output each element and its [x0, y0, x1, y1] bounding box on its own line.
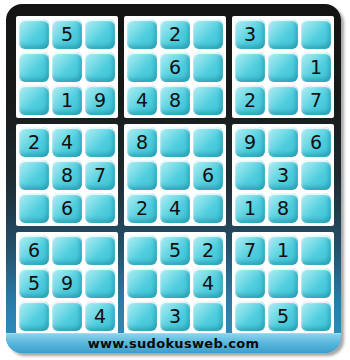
cell-r7c3[interactable] [85, 235, 115, 265]
cell-r8c3[interactable] [85, 268, 115, 298]
cell-r9c1[interactable] [19, 301, 49, 331]
cell-r5c2[interactable]: 8 [52, 160, 82, 190]
cell-r7c8[interactable]: 1 [268, 235, 298, 265]
cell-r3c2[interactable]: 1 [52, 85, 82, 115]
cell-r7c4[interactable] [127, 235, 157, 265]
cell-r8c5[interactable] [160, 268, 190, 298]
cell-r1c3[interactable] [85, 19, 115, 49]
cell-r8c9[interactable] [301, 268, 331, 298]
box-3: 3127 [232, 16, 334, 118]
footer-band: www.sudokusweb.com [6, 333, 341, 353]
box-2: 2648 [124, 16, 226, 118]
sudoku-grid: 519264831272487686249631865945243715 [16, 16, 334, 334]
box-4: 24876 [16, 124, 118, 226]
cell-r7c5[interactable]: 5 [160, 235, 190, 265]
cell-r4c4[interactable]: 8 [127, 127, 157, 157]
cell-r2c8[interactable] [268, 52, 298, 82]
cell-r6c2[interactable]: 6 [52, 193, 82, 223]
cell-r3c9[interactable]: 7 [301, 85, 331, 115]
box-9: 715 [232, 232, 334, 334]
cell-r4c9[interactable]: 6 [301, 127, 331, 157]
cell-r9c8[interactable]: 5 [268, 301, 298, 331]
cell-r6c3[interactable] [85, 193, 115, 223]
cell-r1c1[interactable] [19, 19, 49, 49]
cell-r6c8[interactable]: 8 [268, 193, 298, 223]
cell-r8c6[interactable]: 4 [193, 268, 223, 298]
cell-r8c4[interactable] [127, 268, 157, 298]
cell-r8c1[interactable]: 5 [19, 268, 49, 298]
box-1: 519 [16, 16, 118, 118]
cell-r9c2[interactable] [52, 301, 82, 331]
box-7: 6594 [16, 232, 118, 334]
cell-r3c7[interactable]: 2 [235, 85, 265, 115]
cell-r3c5[interactable]: 8 [160, 85, 190, 115]
cell-r7c1[interactable]: 6 [19, 235, 49, 265]
cell-r5c9[interactable] [301, 160, 331, 190]
cell-r6c6[interactable] [193, 193, 223, 223]
cell-r9c6[interactable] [193, 301, 223, 331]
cell-r2c7[interactable] [235, 52, 265, 82]
sudoku-widget: 519264831272487686249631865945243715 www… [6, 4, 341, 353]
cell-r4c8[interactable] [268, 127, 298, 157]
box-5: 8624 [124, 124, 226, 226]
cell-r2c6[interactable] [193, 52, 223, 82]
cell-r5c1[interactable] [19, 160, 49, 190]
cell-r1c9[interactable] [301, 19, 331, 49]
cell-r3c6[interactable] [193, 85, 223, 115]
cell-r5c5[interactable] [160, 160, 190, 190]
cell-r1c2[interactable]: 5 [52, 19, 82, 49]
cell-r6c1[interactable] [19, 193, 49, 223]
cell-r9c3[interactable]: 4 [85, 301, 115, 331]
cell-r4c2[interactable]: 4 [52, 127, 82, 157]
cell-r5c8[interactable]: 3 [268, 160, 298, 190]
cell-r9c4[interactable] [127, 301, 157, 331]
cell-r1c6[interactable] [193, 19, 223, 49]
box-6: 96318 [232, 124, 334, 226]
cell-r7c2[interactable] [52, 235, 82, 265]
cell-r9c5[interactable]: 3 [160, 301, 190, 331]
cell-r3c3[interactable]: 9 [85, 85, 115, 115]
cell-r1c4[interactable] [127, 19, 157, 49]
cell-r8c2[interactable]: 9 [52, 268, 82, 298]
cell-r6c5[interactable]: 4 [160, 193, 190, 223]
cell-r3c1[interactable] [19, 85, 49, 115]
cell-r3c4[interactable]: 4 [127, 85, 157, 115]
cell-r6c4[interactable]: 2 [127, 193, 157, 223]
cell-r2c1[interactable] [19, 52, 49, 82]
cell-r2c9[interactable]: 1 [301, 52, 331, 82]
cell-r1c5[interactable]: 2 [160, 19, 190, 49]
cell-r4c1[interactable]: 2 [19, 127, 49, 157]
cell-r2c3[interactable] [85, 52, 115, 82]
cell-r8c8[interactable] [268, 268, 298, 298]
cell-r4c5[interactable] [160, 127, 190, 157]
cell-r6c9[interactable] [301, 193, 331, 223]
box-8: 5243 [124, 232, 226, 334]
cell-r7c6[interactable]: 2 [193, 235, 223, 265]
cell-r3c8[interactable] [268, 85, 298, 115]
cell-r2c5[interactable]: 6 [160, 52, 190, 82]
cell-r5c7[interactable] [235, 160, 265, 190]
cell-r5c3[interactable]: 7 [85, 160, 115, 190]
cell-r5c4[interactable] [127, 160, 157, 190]
cell-r9c9[interactable] [301, 301, 331, 331]
website-link[interactable]: www.sudokusweb.com [88, 336, 260, 351]
cell-r4c7[interactable]: 9 [235, 127, 265, 157]
cell-r6c7[interactable]: 1 [235, 193, 265, 223]
cell-r4c6[interactable] [193, 127, 223, 157]
cell-r9c7[interactable] [235, 301, 265, 331]
cell-r1c8[interactable] [268, 19, 298, 49]
cell-r7c7[interactable]: 7 [235, 235, 265, 265]
cell-r2c2[interactable] [52, 52, 82, 82]
cell-r5c6[interactable]: 6 [193, 160, 223, 190]
cell-r1c7[interactable]: 3 [235, 19, 265, 49]
cell-r4c3[interactable] [85, 127, 115, 157]
cell-r2c4[interactable] [127, 52, 157, 82]
cell-r7c9[interactable] [301, 235, 331, 265]
cell-r8c7[interactable] [235, 268, 265, 298]
